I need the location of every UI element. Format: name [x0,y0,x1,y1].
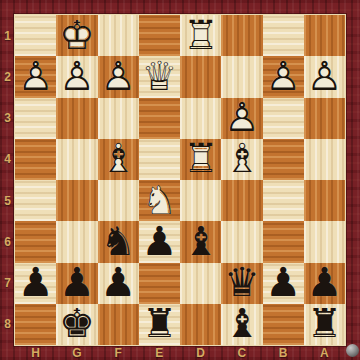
piece-white-rook: ♜♖ [180,139,221,180]
square-b5[interactable] [263,180,304,221]
square-a4[interactable] [304,139,345,180]
square-f5[interactable] [98,180,139,221]
square-h2[interactable]: ♟♙ [15,56,56,97]
square-c2[interactable] [221,56,262,97]
square-h8[interactable] [15,304,56,345]
piece-black-pawn: ♟ [304,263,345,304]
rank-label-5: 5 [0,180,15,221]
square-g6[interactable] [56,221,97,262]
square-c7[interactable]: ♛ [221,263,262,304]
square-d8[interactable] [180,304,221,345]
square-f4[interactable]: ♝♗ [98,139,139,180]
rank-label-7: 7 [0,263,15,304]
square-c4[interactable]: ♝♗ [221,139,262,180]
piece-white-pawn: ♟♙ [56,56,97,97]
square-g7[interactable]: ♟ [56,263,97,304]
square-d2[interactable] [180,56,221,97]
square-g4[interactable] [56,139,97,180]
square-c6[interactable] [221,221,262,262]
rank-label-8: 8 [0,304,15,345]
chess-board-frame: ♚♔♜♖♟♙♟♙♟♙♛♕♟♙♟♙♟♙♝♗♜♖♝♗♞♘♞♟♝♟♟♟♛♟♟♚♜♝♜ … [0,0,360,360]
square-c3[interactable]: ♟♙ [221,98,262,139]
board-grid: ♚♔♜♖♟♙♟♙♟♙♛♕♟♙♟♙♟♙♝♗♜♖♝♗♞♘♞♟♝♟♟♟♛♟♟♚♜♝♜ [15,15,345,345]
piece-black-bishop: ♝ [180,221,221,262]
watermark-dot [346,344,359,357]
square-e5[interactable]: ♞♘ [139,180,180,221]
piece-black-knight: ♞ [98,221,139,262]
square-a1[interactable] [304,15,345,56]
square-d6[interactable]: ♝ [180,221,221,262]
piece-black-pawn: ♟ [263,263,304,304]
square-g2[interactable]: ♟♙ [56,56,97,97]
square-b8[interactable] [263,304,304,345]
square-f8[interactable] [98,304,139,345]
square-b1[interactable] [263,15,304,56]
rank-label-2: 2 [0,56,15,97]
square-d7[interactable] [180,263,221,304]
square-h5[interactable] [15,180,56,221]
square-b4[interactable] [263,139,304,180]
piece-black-rook: ♜ [304,304,345,345]
piece-black-pawn: ♟ [15,263,56,304]
piece-black-rook: ♜ [139,304,180,345]
piece-white-queen: ♛♕ [139,56,180,97]
square-d5[interactable] [180,180,221,221]
piece-white-king: ♚♔ [56,15,97,56]
square-b2[interactable]: ♟♙ [263,56,304,97]
square-h3[interactable] [15,98,56,139]
square-f7[interactable]: ♟ [98,263,139,304]
file-label-a: A [304,345,345,360]
square-a2[interactable]: ♟♙ [304,56,345,97]
square-a8[interactable]: ♜ [304,304,345,345]
file-label-h: H [15,345,56,360]
rank-label-3: 3 [0,98,15,139]
piece-white-pawn: ♟♙ [263,56,304,97]
square-e1[interactable] [139,15,180,56]
piece-black-pawn: ♟ [56,263,97,304]
square-h1[interactable] [15,15,56,56]
piece-white-bishop: ♝♗ [98,139,139,180]
piece-white-knight: ♞♘ [139,180,180,221]
square-b7[interactable]: ♟ [263,263,304,304]
file-label-f: F [98,345,139,360]
square-g5[interactable] [56,180,97,221]
square-e2[interactable]: ♛♕ [139,56,180,97]
file-label-e: E [139,345,180,360]
piece-black-pawn: ♟ [139,221,180,262]
piece-white-pawn: ♟♙ [98,56,139,97]
piece-white-pawn: ♟♙ [304,56,345,97]
piece-black-bishop: ♝ [221,304,262,345]
piece-white-pawn: ♟♙ [221,98,262,139]
square-e3[interactable] [139,98,180,139]
square-a3[interactable] [304,98,345,139]
square-g3[interactable] [56,98,97,139]
square-f1[interactable] [98,15,139,56]
square-c8[interactable]: ♝ [221,304,262,345]
rank-label-4: 4 [0,139,15,180]
square-b6[interactable] [263,221,304,262]
square-g1[interactable]: ♚♔ [56,15,97,56]
square-b3[interactable] [263,98,304,139]
file-label-d: D [180,345,221,360]
square-e6[interactable]: ♟ [139,221,180,262]
piece-black-king: ♚ [56,304,97,345]
square-d3[interactable] [180,98,221,139]
rank-label-6: 6 [0,221,15,262]
rank-label-1: 1 [0,15,15,56]
square-a6[interactable] [304,221,345,262]
square-h6[interactable] [15,221,56,262]
file-label-g: G [56,345,97,360]
square-f6[interactable]: ♞ [98,221,139,262]
square-d4[interactable]: ♜♖ [180,139,221,180]
square-f2[interactable]: ♟♙ [98,56,139,97]
square-h7[interactable]: ♟ [15,263,56,304]
square-c5[interactable] [221,180,262,221]
file-label-c: C [221,345,262,360]
piece-white-pawn: ♟♙ [15,56,56,97]
square-f3[interactable] [98,98,139,139]
square-e4[interactable] [139,139,180,180]
piece-black-queen: ♛ [221,263,262,304]
square-g8[interactable]: ♚ [56,304,97,345]
piece-black-pawn: ♟ [98,263,139,304]
square-e7[interactable] [139,263,180,304]
square-h4[interactable] [15,139,56,180]
square-d1[interactable]: ♜♖ [180,15,221,56]
file-label-b: B [263,345,304,360]
square-c1[interactable] [221,15,262,56]
piece-white-bishop: ♝♗ [221,139,262,180]
square-a5[interactable] [304,180,345,221]
square-a7[interactable]: ♟ [304,263,345,304]
piece-white-rook: ♜♖ [180,15,221,56]
square-e8[interactable]: ♜ [139,304,180,345]
